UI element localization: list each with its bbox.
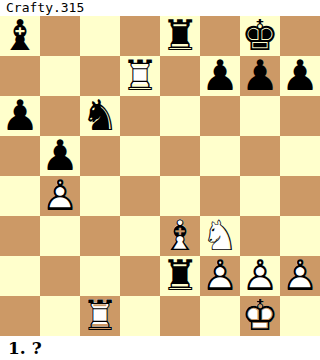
bishop-outline-glyph: ♗ (160, 216, 200, 256)
piece-white-pawn[interactable]: ♟♙ (40, 176, 80, 216)
square-b8[interactable] (40, 16, 80, 56)
square-d6[interactable] (120, 96, 160, 136)
piece-black-rook[interactable]: ♜ (160, 16, 200, 56)
square-f5[interactable] (200, 136, 240, 176)
piece-black-bishop[interactable]: ♝ (0, 16, 40, 56)
square-g7[interactable]: ♟ (240, 56, 280, 96)
chess-board: ♝♜♚♜♖♟♟♟♟♞♟♟♙♝♗♞♘♜♟♙♟♙♟♙♜♖♚♔ (0, 16, 320, 336)
square-c7[interactable] (80, 56, 120, 96)
piece-black-pawn[interactable]: ♟ (240, 56, 280, 96)
square-c8[interactable] (80, 16, 120, 56)
chess-app-window: Crafty.315 ♝♜♚♜♖♟♟♟♟♞♟♟♙♝♗♞♘♜♟♙♟♙♟♙♜♖♚♔ … (0, 0, 320, 360)
knight-outline-glyph: ♘ (200, 216, 240, 256)
square-f4[interactable] (200, 176, 240, 216)
square-a5[interactable] (0, 136, 40, 176)
square-h2[interactable]: ♟♙ (280, 256, 320, 296)
square-g2[interactable]: ♟♙ (240, 256, 280, 296)
square-d1[interactable] (120, 296, 160, 336)
square-f6[interactable] (200, 96, 240, 136)
square-e6[interactable] (160, 96, 200, 136)
pawn-outline-glyph: ♙ (200, 256, 240, 296)
square-b2[interactable] (40, 256, 80, 296)
move-prompt: 1. ? (8, 336, 42, 360)
square-f3[interactable]: ♞♘ (200, 216, 240, 256)
piece-white-pawn[interactable]: ♟♙ (240, 256, 280, 296)
square-e2[interactable]: ♜ (160, 256, 200, 296)
piece-white-king[interactable]: ♚♔ (240, 296, 280, 336)
square-d4[interactable] (120, 176, 160, 216)
square-c3[interactable] (80, 216, 120, 256)
square-e8[interactable]: ♜ (160, 16, 200, 56)
piece-black-knight[interactable]: ♞ (80, 96, 120, 136)
square-a4[interactable] (0, 176, 40, 216)
square-d5[interactable] (120, 136, 160, 176)
square-c2[interactable] (80, 256, 120, 296)
piece-black-pawn[interactable]: ♟ (280, 56, 320, 96)
square-a2[interactable] (0, 256, 40, 296)
square-b6[interactable] (40, 96, 80, 136)
rook-outline-glyph: ♖ (120, 56, 160, 96)
square-e5[interactable] (160, 136, 200, 176)
square-a8[interactable]: ♝ (0, 16, 40, 56)
rook-outline-glyph: ♖ (80, 296, 120, 336)
square-e4[interactable] (160, 176, 200, 216)
pawn-outline-glyph: ♙ (280, 256, 320, 296)
square-b5[interactable]: ♟ (40, 136, 80, 176)
square-h6[interactable] (280, 96, 320, 136)
piece-white-rook[interactable]: ♜♖ (80, 296, 120, 336)
piece-white-pawn[interactable]: ♟♙ (200, 256, 240, 296)
piece-black-pawn[interactable]: ♟ (0, 96, 40, 136)
square-f7[interactable]: ♟ (200, 56, 240, 96)
square-d8[interactable] (120, 16, 160, 56)
piece-black-rook[interactable]: ♜ (160, 256, 200, 296)
square-a3[interactable] (0, 216, 40, 256)
square-h7[interactable]: ♟ (280, 56, 320, 96)
square-g1[interactable]: ♚♔ (240, 296, 280, 336)
square-g5[interactable] (240, 136, 280, 176)
square-g8[interactable]: ♚ (240, 16, 280, 56)
square-b1[interactable] (40, 296, 80, 336)
square-b7[interactable] (40, 56, 80, 96)
square-f1[interactable] (200, 296, 240, 336)
square-c6[interactable]: ♞ (80, 96, 120, 136)
square-c5[interactable] (80, 136, 120, 176)
king-outline-glyph: ♔ (240, 296, 280, 336)
square-h1[interactable] (280, 296, 320, 336)
square-e1[interactable] (160, 296, 200, 336)
piece-white-knight[interactable]: ♞♘ (200, 216, 240, 256)
square-g4[interactable] (240, 176, 280, 216)
square-h5[interactable] (280, 136, 320, 176)
square-d2[interactable] (120, 256, 160, 296)
square-g6[interactable] (240, 96, 280, 136)
square-a7[interactable] (0, 56, 40, 96)
square-a6[interactable]: ♟ (0, 96, 40, 136)
square-g3[interactable] (240, 216, 280, 256)
piece-black-pawn[interactable]: ♟ (200, 56, 240, 96)
square-e3[interactable]: ♝♗ (160, 216, 200, 256)
piece-black-pawn[interactable]: ♟ (40, 136, 80, 176)
square-b4[interactable]: ♟♙ (40, 176, 80, 216)
square-d7[interactable]: ♜♖ (120, 56, 160, 96)
square-e7[interactable] (160, 56, 200, 96)
piece-white-bishop[interactable]: ♝♗ (160, 216, 200, 256)
piece-black-king[interactable]: ♚ (240, 16, 280, 56)
square-h4[interactable] (280, 176, 320, 216)
square-h8[interactable] (280, 16, 320, 56)
square-c4[interactable] (80, 176, 120, 216)
square-d3[interactable] (120, 216, 160, 256)
pawn-outline-glyph: ♙ (40, 176, 80, 216)
pawn-outline-glyph: ♙ (240, 256, 280, 296)
square-a1[interactable] (0, 296, 40, 336)
square-f8[interactable] (200, 16, 240, 56)
square-c1[interactable]: ♜♖ (80, 296, 120, 336)
square-b3[interactable] (40, 216, 80, 256)
piece-white-rook[interactable]: ♜♖ (120, 56, 160, 96)
piece-white-pawn[interactable]: ♟♙ (280, 256, 320, 296)
square-h3[interactable] (280, 216, 320, 256)
square-f2[interactable]: ♟♙ (200, 256, 240, 296)
